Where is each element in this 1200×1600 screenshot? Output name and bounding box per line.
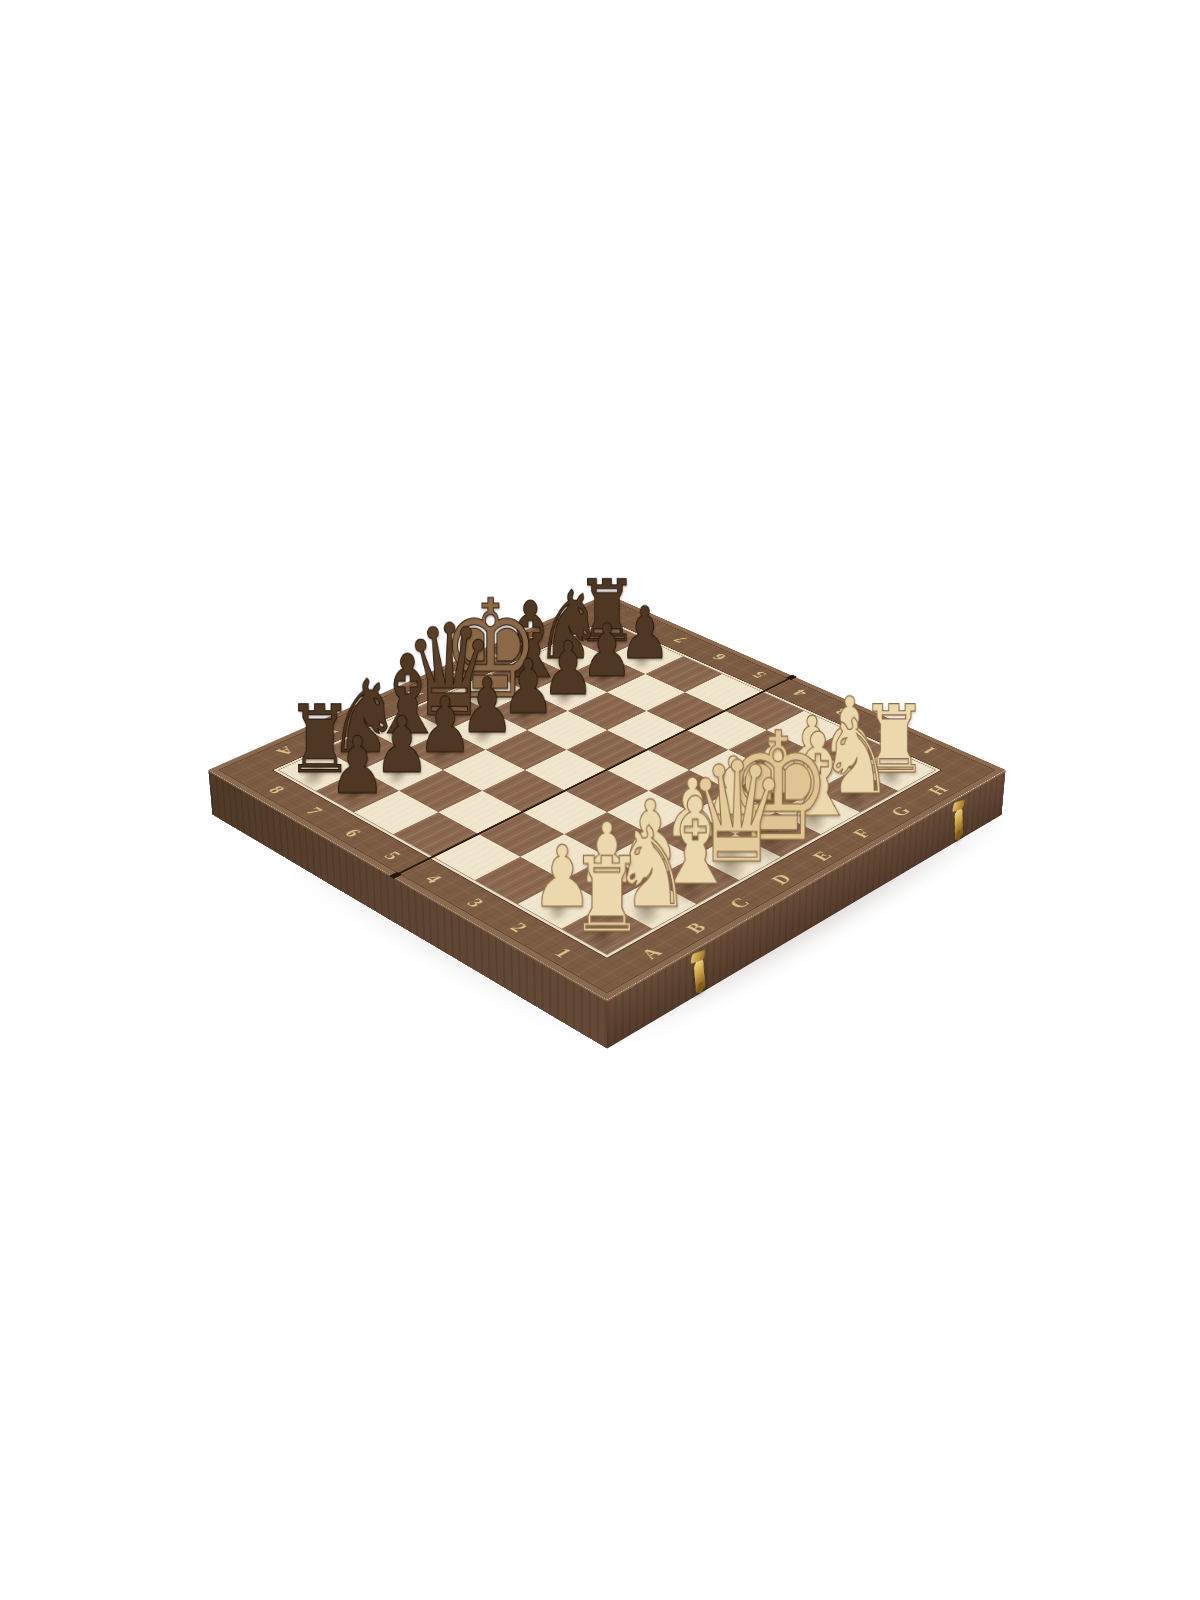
brass-clasp-icon: [694, 957, 706, 994]
piece-dark-pawn-a7[interactable]: ♟: [329, 726, 386, 805]
chess-scene: AA11BB22CC33DD44EE55FF66GG77HH88 ♜♞♝♛♚♝♞…: [0, 0, 1200, 1600]
folding-chessboard: AA11BB22CC33DD44EE55FF66GG77HH88 ♜♞♝♛♚♝♞…: [208, 594, 1006, 1000]
piece-light-rook-a1[interactable]: ♜: [570, 844, 645, 948]
brass-clasp-icon: [955, 806, 963, 841]
product-photo-canvas: AA11BB22CC33DD44EE55FF66GG77HH88 ♜♞♝♛♚♝♞…: [0, 0, 1200, 1600]
